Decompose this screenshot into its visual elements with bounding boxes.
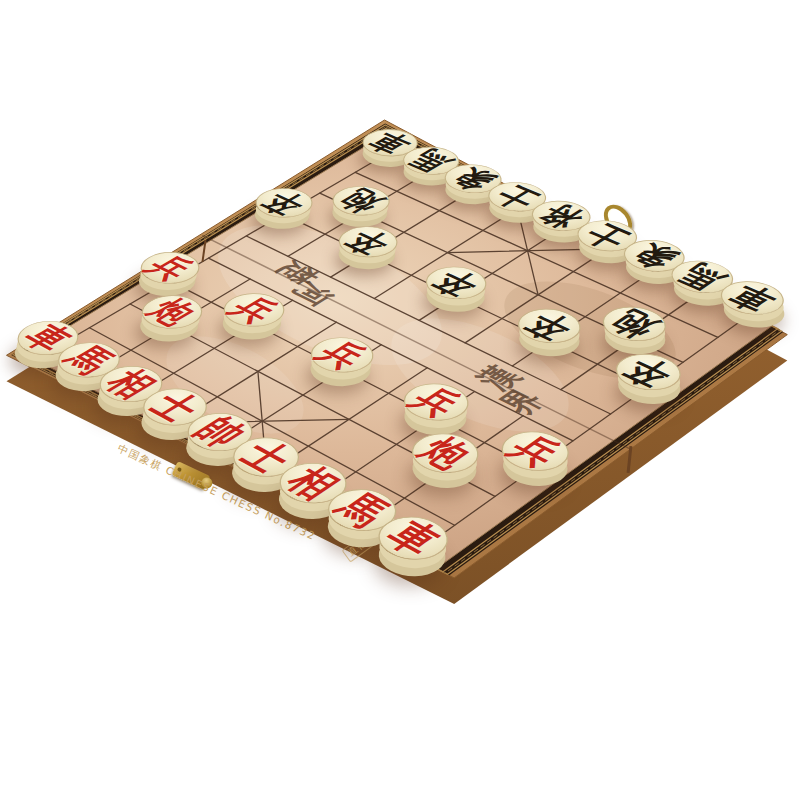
product-photo-scene: 中国象棋 CHINESE CHESS No.8732 直径3cm 楚河漢界 車馬… <box>0 0 800 800</box>
